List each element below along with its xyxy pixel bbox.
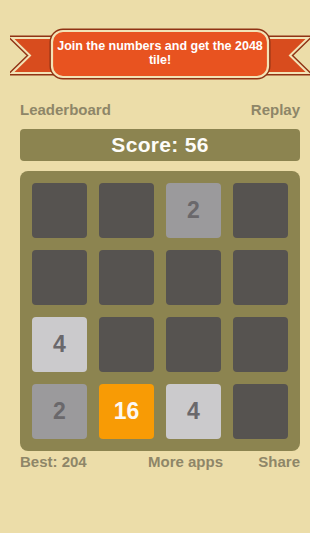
leaderboard-button[interactable]: Leaderboard (20, 101, 111, 118)
replay-button[interactable]: Replay (251, 101, 300, 118)
empty-cell (32, 250, 87, 305)
tile-4: 4 (166, 384, 221, 439)
score-display: Score: 56 (20, 129, 300, 161)
empty-cell (32, 183, 87, 238)
empty-cell (233, 317, 288, 372)
app-screen: Join the numbers and get the 2048 tile! … (10, 0, 310, 533)
empty-cell (166, 317, 221, 372)
empty-cell (166, 250, 221, 305)
empty-cell (99, 250, 154, 305)
best-score-label: Best: 204 (20, 453, 87, 470)
footer-row: Best: 204 More apps Share (20, 452, 300, 470)
empty-cell (99, 317, 154, 372)
empty-cell (233, 250, 288, 305)
empty-cell (233, 183, 288, 238)
empty-cell (233, 384, 288, 439)
tile-16: 16 (99, 384, 154, 439)
tile-4: 4 (32, 317, 87, 372)
tile-2: 2 (32, 384, 87, 439)
share-button[interactable]: Share (258, 453, 300, 470)
header-row: Leaderboard Replay (20, 100, 300, 118)
ribbon-banner: Join the numbers and get the 2048 tile! (10, 26, 310, 84)
banner-text: Join the numbers and get the 2048 tile! (52, 31, 268, 77)
more-apps-button[interactable]: More apps (148, 452, 223, 470)
tile-2: 2 (166, 183, 221, 238)
game-board[interactable]: 242164 (20, 171, 300, 451)
empty-cell (99, 183, 154, 238)
